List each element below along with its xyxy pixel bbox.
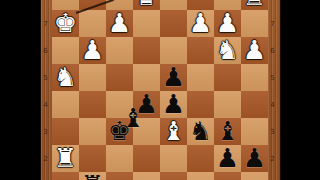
square-g1[interactable] — [214, 172, 241, 180]
piece-black-rook-b1: ♜ — [79, 172, 106, 180]
square-h5[interactable] — [241, 64, 268, 91]
piece-white-bishop-e3: ♝ — [160, 118, 187, 145]
piece-white-king-a7: ♚ — [52, 10, 79, 37]
square-h2[interactable]: ♟ — [241, 145, 268, 172]
square-e4[interactable]: ♟ — [160, 91, 187, 118]
piece-black-pawn-e4: ♟ — [160, 91, 187, 118]
square-b5[interactable] — [79, 64, 106, 91]
square-d7[interactable] — [133, 10, 160, 37]
square-f5[interactable] — [187, 64, 214, 91]
rank-label-left-6: 6 — [40, 46, 51, 56]
chess-video-frame: ♛♜♚♟♟♟♟♞♟♞♟♟♟♚♝♞♝♜♟♟♜♝ 8877665544332211 — [0, 0, 320, 180]
square-c6[interactable] — [106, 37, 133, 64]
square-c2[interactable] — [106, 145, 133, 172]
square-f7[interactable]: ♟ — [187, 10, 214, 37]
square-h1[interactable] — [241, 172, 268, 180]
rank-label-right-3: 3 — [267, 127, 278, 137]
rank-label-left-2: 2 — [40, 154, 51, 164]
square-e6[interactable] — [160, 37, 187, 64]
rank-label-right-8: 8 — [267, 0, 278, 2]
square-f2[interactable] — [187, 145, 214, 172]
square-h8[interactable]: ♜ — [241, 0, 268, 10]
square-b4[interactable] — [79, 91, 106, 118]
piece-white-knight-g6: ♞ — [214, 37, 241, 64]
rank-label-right-4: 4 — [267, 100, 278, 110]
square-a5[interactable]: ♞ — [52, 64, 79, 91]
square-g4[interactable] — [214, 91, 241, 118]
square-f3[interactable]: ♞ — [187, 118, 214, 145]
piece-white-rook-a2: ♜ — [52, 145, 79, 172]
rank-label-right-2: 2 — [267, 154, 278, 164]
piece-white-pawn-g7: ♟ — [214, 10, 241, 37]
square-b7[interactable] — [79, 10, 106, 37]
rank-label-left-8: 8 — [40, 0, 51, 2]
square-a4[interactable] — [52, 91, 79, 118]
square-e3[interactable]: ♝ — [160, 118, 187, 145]
square-g5[interactable] — [214, 64, 241, 91]
piece-black-pawn-g2: ♟ — [214, 145, 241, 172]
piece-black-bishop-g3: ♝ — [214, 118, 241, 145]
piece-white-queen-d8: ♛ — [133, 0, 160, 10]
rank-label-left-3: 3 — [40, 127, 51, 137]
square-g2[interactable]: ♟ — [214, 145, 241, 172]
square-f6[interactable] — [187, 37, 214, 64]
square-h4[interactable] — [241, 91, 268, 118]
square-a2[interactable]: ♜ — [52, 145, 79, 172]
square-g6[interactable]: ♞ — [214, 37, 241, 64]
square-a7[interactable]: ♚ — [52, 10, 79, 37]
piece-black-pawn-h2: ♟ — [241, 145, 268, 172]
square-b6[interactable]: ♟ — [79, 37, 106, 64]
square-b1[interactable]: ♜ — [79, 172, 106, 180]
square-e2[interactable] — [160, 145, 187, 172]
square-h6[interactable]: ♟ — [241, 37, 268, 64]
chessboard[interactable]: ♛♜♚♟♟♟♟♞♟♞♟♟♟♚♝♞♝♜♟♟♜♝ — [52, 0, 268, 180]
square-g3[interactable]: ♝ — [214, 118, 241, 145]
piece-white-pawn-b6: ♟ — [79, 37, 106, 64]
square-a6[interactable] — [52, 37, 79, 64]
square-b3[interactable] — [79, 118, 106, 145]
piece-black-bishop-midmove: ♝ — [120, 105, 147, 132]
square-a3[interactable] — [52, 118, 79, 145]
square-e7[interactable] — [160, 10, 187, 37]
square-d1[interactable] — [133, 172, 160, 180]
piece-black-knight-f3: ♞ — [187, 118, 214, 145]
square-d2[interactable] — [133, 145, 160, 172]
piece-white-pawn-c7: ♟ — [106, 10, 133, 37]
square-c7[interactable]: ♟ — [106, 10, 133, 37]
square-a1[interactable] — [52, 172, 79, 180]
rank-label-left-5: 5 — [40, 73, 51, 83]
rank-label-right-6: 6 — [267, 46, 278, 56]
piece-white-pawn-f7: ♟ — [187, 10, 214, 37]
piece-black-pawn-e5: ♟ — [160, 64, 187, 91]
rank-label-left-7: 7 — [40, 19, 51, 29]
square-d8[interactable]: ♛ — [133, 0, 160, 10]
square-h7[interactable] — [241, 10, 268, 37]
square-c1[interactable] — [106, 172, 133, 180]
square-e1[interactable] — [160, 172, 187, 180]
square-g7[interactable]: ♟ — [214, 10, 241, 37]
piece-white-pawn-h6: ♟ — [241, 37, 268, 64]
square-b2[interactable] — [79, 145, 106, 172]
square-d5[interactable] — [133, 64, 160, 91]
rank-label-left-4: 4 — [40, 100, 51, 110]
piece-white-knight-a5: ♞ — [52, 64, 79, 91]
square-c5[interactable] — [106, 64, 133, 91]
rank-label-right-7: 7 — [267, 19, 278, 29]
piece-white-rook-h8: ♜ — [241, 0, 268, 10]
square-f4[interactable] — [187, 91, 214, 118]
square-f1[interactable] — [187, 172, 214, 180]
square-e8[interactable] — [160, 0, 187, 10]
square-d6[interactable] — [133, 37, 160, 64]
square-h3[interactable] — [241, 118, 268, 145]
rank-label-right-5: 5 — [267, 73, 278, 83]
square-e5[interactable]: ♟ — [160, 64, 187, 91]
